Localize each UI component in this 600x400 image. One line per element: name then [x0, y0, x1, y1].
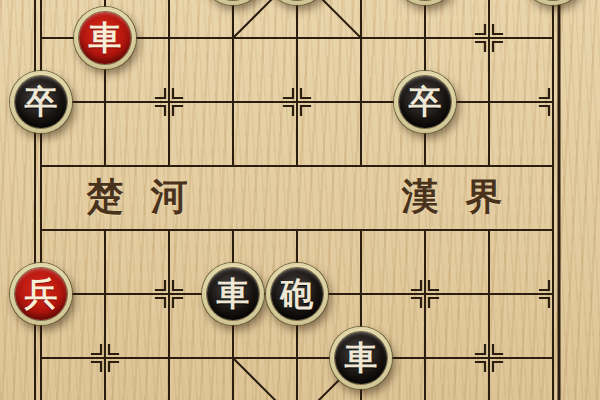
piece-black-soldier[interactable]: 卒 — [394, 71, 456, 133]
piece-glyph: 卒 — [25, 85, 58, 118]
river-label-chu: 楚 — [87, 172, 124, 222]
piece-glyph: 砲 — [281, 277, 314, 310]
xiangqi-board: 楚 河 漢 界 車卒卒兵車砲車 — [0, 0, 600, 400]
piece-face: 兵 — [15, 268, 67, 320]
piece-glyph: 車 — [345, 341, 378, 374]
river-label-han: 漢 — [402, 172, 439, 222]
piece-red-chariot[interactable]: 車 — [74, 7, 136, 69]
piece-black-soldier[interactable]: 卒 — [10, 71, 72, 133]
piece-face: 車 — [79, 12, 131, 64]
piece-black-chariot[interactable]: 車 — [202, 263, 264, 325]
piece-face: 卒 — [15, 76, 67, 128]
piece-face: 砲 — [271, 268, 323, 320]
piece-glyph: 卒 — [409, 85, 442, 118]
piece-black-chariot[interactable]: 車 — [330, 327, 392, 389]
river-label-jie: 界 — [466, 172, 503, 222]
piece-face: 車 — [207, 268, 259, 320]
piece-red-soldier[interactable]: 兵 — [10, 263, 72, 325]
piece-face: 車 — [335, 332, 387, 384]
river-label-he: 河 — [151, 172, 188, 222]
piece-face: 卒 — [399, 76, 451, 128]
piece-glyph: 兵 — [25, 277, 58, 310]
piece-glyph: 車 — [217, 277, 250, 310]
piece-black-cannon[interactable]: 砲 — [266, 263, 328, 325]
piece-glyph: 車 — [89, 21, 122, 54]
